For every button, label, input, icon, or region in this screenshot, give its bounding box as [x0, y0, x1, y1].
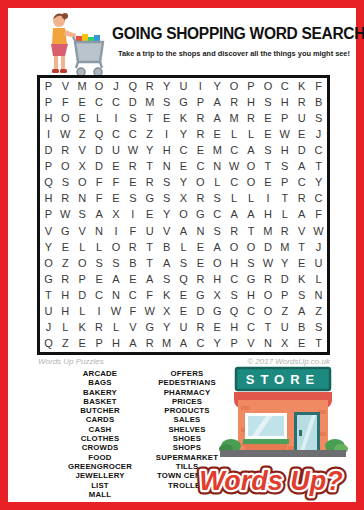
- grid-cell: H: [158, 142, 175, 158]
- grid-cell: W: [276, 126, 293, 142]
- grid-cell: G: [141, 191, 158, 207]
- grid-cell: N: [209, 159, 226, 175]
- grid-cell: A: [209, 239, 226, 255]
- grid-cell: A: [293, 304, 310, 320]
- words-up-logo: Words Up? Words Up? Words Up?: [192, 456, 350, 504]
- grid-cell: Y: [209, 78, 226, 94]
- grid-cell: A: [293, 207, 310, 223]
- grid-cell: F: [91, 175, 108, 191]
- grid-cell: S: [226, 288, 243, 304]
- store-sign-text: STORE: [246, 372, 321, 387]
- grid-cell: G: [141, 320, 158, 336]
- grid-cell: S: [259, 142, 276, 158]
- grid-cell: H: [40, 110, 57, 126]
- grid-cell: E: [158, 110, 175, 126]
- grid-cell: I: [108, 110, 125, 126]
- grid-cell: L: [226, 191, 243, 207]
- grid-cell: J: [310, 239, 327, 255]
- grid-cell: R: [259, 271, 276, 287]
- grid-cell: R: [276, 223, 293, 239]
- grid-cell: M: [209, 142, 226, 158]
- grid-cell: O: [243, 159, 260, 175]
- grid-cell: O: [40, 255, 57, 271]
- grid-cell: B: [124, 255, 141, 271]
- grid-cell: R: [57, 191, 74, 207]
- grid-cell: R: [124, 239, 141, 255]
- grid-cell: C: [310, 142, 327, 158]
- grid-cell: A: [91, 207, 108, 223]
- grid-cell: I: [192, 78, 209, 94]
- grid-cell: W: [226, 159, 243, 175]
- grid-cell: O: [259, 78, 276, 94]
- grid-cell: L: [74, 304, 91, 320]
- word-item: MALL: [40, 490, 160, 499]
- grid-cell: U: [293, 110, 310, 126]
- grid-cell: T: [141, 110, 158, 126]
- grid-cell: V: [40, 223, 57, 239]
- grid-cell: C: [226, 142, 243, 158]
- grid-cell: B: [158, 239, 175, 255]
- grid-cell: J: [108, 78, 125, 94]
- grid-cell: K: [175, 110, 192, 126]
- grid-cell: W: [141, 304, 158, 320]
- credit-right: © 2017 WordsUp.co.uk: [247, 357, 330, 366]
- logo-text: Words Up?: [199, 466, 343, 496]
- page-title: GOING SHOPPING WORD SEARCH: [112, 23, 356, 43]
- grid-cell: E: [175, 288, 192, 304]
- grid-cell: U: [141, 223, 158, 239]
- grid-cell: F: [141, 288, 158, 304]
- grid-cell: Y: [276, 255, 293, 271]
- grid-cell: Q: [40, 175, 57, 191]
- wordsearch-grid: PVMOJQRYUIYOPOCKFPFECCDMSGPARHSHRBHOELIS…: [37, 75, 330, 355]
- grid-cell: A: [108, 271, 125, 287]
- door-handle: [299, 430, 302, 436]
- grid-cell: S: [209, 223, 226, 239]
- grid-cell: X: [276, 336, 293, 352]
- grid-cell: T: [310, 336, 327, 352]
- grid-cell: B: [293, 320, 310, 336]
- grid-cell: M: [141, 94, 158, 110]
- grid-cell: Q: [226, 304, 243, 320]
- grid-cell: O: [226, 78, 243, 94]
- grid-cell: O: [57, 159, 74, 175]
- grid-cell: R: [293, 94, 310, 110]
- grid-cell: Z: [141, 126, 158, 142]
- grid-cell: C: [209, 207, 226, 223]
- credit-left: Words Up Puzzles: [38, 357, 104, 366]
- grid-cell: D: [192, 304, 209, 320]
- grid-cell: J: [310, 126, 327, 142]
- grid-cell: E: [91, 271, 108, 287]
- grid-cell: H: [243, 288, 260, 304]
- grid-cell: D: [124, 94, 141, 110]
- grid-cell: G: [243, 271, 260, 287]
- grid-cell: D: [293, 142, 310, 158]
- grid-cell: E: [175, 304, 192, 320]
- grid-cell: V: [74, 142, 91, 158]
- grid-cell: P: [276, 175, 293, 191]
- grid-cell: L: [226, 126, 243, 142]
- cart: [73, 37, 103, 68]
- grid-cell: C: [108, 126, 125, 142]
- grid-cell: I: [158, 126, 175, 142]
- grid-cell: S: [276, 159, 293, 175]
- grid-cell: Y: [40, 239, 57, 255]
- grid-cell: R: [141, 78, 158, 94]
- grid-cell: E: [74, 110, 91, 126]
- grid-cell: C: [124, 288, 141, 304]
- grid-cell: C: [108, 94, 125, 110]
- grid-cell: S: [158, 191, 175, 207]
- grid-cell: P: [276, 110, 293, 126]
- page-subtitle: Take a trip to the shops and discover al…: [112, 49, 356, 58]
- grid-cell: C: [243, 304, 260, 320]
- grid-cell: A: [209, 110, 226, 126]
- grid-cell: O: [243, 239, 260, 255]
- grid-cell: C: [91, 94, 108, 110]
- grid-cell: Q: [175, 271, 192, 287]
- grid-cell: T: [40, 288, 57, 304]
- grid-cell: E: [293, 255, 310, 271]
- grid-cell: Q: [40, 336, 57, 352]
- grid-cell: O: [243, 175, 260, 191]
- grid-cell: A: [243, 207, 260, 223]
- grid-cell: O: [108, 239, 125, 255]
- grid-cell: L: [74, 239, 91, 255]
- grid-cell: K: [293, 78, 310, 94]
- grid-cell: E: [293, 126, 310, 142]
- grid-cell: Q: [91, 126, 108, 142]
- grid-cell: S: [293, 288, 310, 304]
- grid-cell: S: [124, 191, 141, 207]
- grid-cell: V: [124, 320, 141, 336]
- grid-cell: M: [226, 110, 243, 126]
- grid-cell: H: [226, 320, 243, 336]
- grid-cell: D: [40, 142, 57, 158]
- grid-cell: H: [209, 271, 226, 287]
- grid-cell: C: [276, 78, 293, 94]
- grid-cell: M: [259, 223, 276, 239]
- grid-cell: O: [209, 255, 226, 271]
- grid-cell: E: [108, 191, 125, 207]
- grid-cell: S: [158, 271, 175, 287]
- grid-cell: E: [259, 126, 276, 142]
- grid-cell: S: [243, 255, 260, 271]
- grid-cell: L: [175, 239, 192, 255]
- grid-cell: A: [175, 336, 192, 352]
- grid-cell: P: [40, 78, 57, 94]
- grid-cell: Y: [175, 126, 192, 142]
- grid-cell: T: [259, 320, 276, 336]
- woman-shoe: [60, 69, 67, 73]
- grid-cell: V: [293, 223, 310, 239]
- grid-cell: O: [57, 110, 74, 126]
- grid-cell: N: [108, 288, 125, 304]
- grid-cell: Y: [158, 207, 175, 223]
- grid-cell: F: [124, 304, 141, 320]
- grid-cell: H: [57, 288, 74, 304]
- grid-cell: G: [40, 271, 57, 287]
- grid-cell: D: [276, 271, 293, 287]
- grid-cell: R: [243, 110, 260, 126]
- grid-cell: A: [243, 142, 260, 158]
- grid-cell: C: [243, 320, 260, 336]
- grid-cell: A: [124, 336, 141, 352]
- grid-cell: S: [259, 94, 276, 110]
- grid-cell: K: [74, 320, 91, 336]
- store-illustration: STORE: [218, 366, 348, 458]
- grid-cell: E: [259, 175, 276, 191]
- grid-cell: L: [243, 191, 260, 207]
- grid-cell: R: [192, 320, 209, 336]
- grid-cell: E: [141, 207, 158, 223]
- grid-cell: C: [226, 175, 243, 191]
- grid-cell: E: [192, 142, 209, 158]
- grid-cell: Y: [158, 320, 175, 336]
- grid-cell: E: [74, 336, 91, 352]
- grid-cell: P: [226, 336, 243, 352]
- grid-cell: K: [293, 271, 310, 287]
- grid-cell: U: [175, 320, 192, 336]
- grid-cell: U: [310, 255, 327, 271]
- grid-cell: C: [175, 142, 192, 158]
- grid-cell: R: [293, 191, 310, 207]
- grid-cell: H: [226, 255, 243, 271]
- grid-cell: I: [124, 207, 141, 223]
- grid-cell: Y: [175, 175, 192, 191]
- grid-cell: G: [192, 207, 209, 223]
- grid-cell: W: [310, 223, 327, 239]
- grid-cell: F: [310, 78, 327, 94]
- grid-cell: O: [259, 304, 276, 320]
- grid-cell: F: [310, 207, 327, 223]
- grid-cell: R: [141, 175, 158, 191]
- grid-cell: O: [91, 78, 108, 94]
- grid-cell: C: [192, 336, 209, 352]
- grid-cell: R: [226, 223, 243, 239]
- grid-cell: E: [192, 239, 209, 255]
- grid-cell: E: [74, 94, 91, 110]
- grid-cell: E: [293, 336, 310, 352]
- grid-cell: I: [40, 126, 57, 142]
- grid-cell: A: [158, 255, 175, 271]
- woman-leg: [54, 56, 58, 70]
- header: GOING SHOPPING WORD SEARCH Take a trip t…: [112, 24, 356, 58]
- grid-cell: Z: [74, 126, 91, 142]
- grid-cell: X: [175, 191, 192, 207]
- grid-cell: E: [209, 320, 226, 336]
- shopping-cart-illustration: [32, 10, 112, 80]
- grid-cell: G: [209, 304, 226, 320]
- grid-cell: O: [192, 175, 209, 191]
- grid-cell: O: [74, 175, 91, 191]
- grid-cell: N: [259, 336, 276, 352]
- grid-cell: C: [91, 288, 108, 304]
- grid-cell: A: [293, 159, 310, 175]
- grid-cell: P: [74, 271, 91, 287]
- grid-cell: S: [91, 255, 108, 271]
- grid-cell: R: [192, 110, 209, 126]
- grid-cell: V: [57, 78, 74, 94]
- grid-cell: F: [124, 223, 141, 239]
- grid-cell: Z: [310, 304, 327, 320]
- grid-cell: T: [276, 191, 293, 207]
- grid-cell: T: [293, 239, 310, 255]
- grid-cell: D: [259, 239, 276, 255]
- woman-leg: [61, 56, 65, 70]
- grid-cell: G: [192, 288, 209, 304]
- grid-cell: O: [175, 207, 192, 223]
- grid-cell: M: [74, 78, 91, 94]
- grid-cell: E: [259, 110, 276, 126]
- grid-cell: H: [243, 94, 260, 110]
- grid-cell: L: [91, 110, 108, 126]
- grid-cell: U: [40, 304, 57, 320]
- grid-cell: L: [276, 207, 293, 223]
- grid-cell: H: [108, 336, 125, 352]
- grid-cell: C: [310, 191, 327, 207]
- grid-cell: R: [192, 191, 209, 207]
- grid-cell: D: [91, 159, 108, 175]
- grid-cell: E: [108, 159, 125, 175]
- grid-cell: H: [259, 207, 276, 223]
- grid-cell: M: [276, 239, 293, 255]
- grid-cell: E: [209, 126, 226, 142]
- grid-cell: N: [74, 191, 91, 207]
- grid-cell: Y: [209, 336, 226, 352]
- grid-cell: L: [310, 271, 327, 287]
- grid-cell: P: [40, 159, 57, 175]
- grid-cell: E: [124, 271, 141, 287]
- grid-cell: F: [57, 94, 74, 110]
- grid-cell: Y: [141, 142, 158, 158]
- grid-cell: N: [158, 159, 175, 175]
- grid-cell: C: [293, 175, 310, 191]
- grid-cell: L: [243, 126, 260, 142]
- grid-cell: B: [310, 94, 327, 110]
- grid-cell: T: [243, 223, 260, 239]
- grid-cell: A: [209, 94, 226, 110]
- grid-cell: U: [276, 320, 293, 336]
- grid-cell: L: [57, 320, 74, 336]
- grid-cell: C: [192, 159, 209, 175]
- grid-cell: G: [175, 94, 192, 110]
- grid-cell: Q: [124, 78, 141, 94]
- grid-cell: W: [124, 142, 141, 158]
- grid-cell: X: [158, 304, 175, 320]
- grid-cell: D: [74, 288, 91, 304]
- grid-cell: A: [226, 207, 243, 223]
- grid-cell: D: [91, 142, 108, 158]
- grid-cell: V: [243, 336, 260, 352]
- grid-cell: S: [175, 255, 192, 271]
- grid-cell: P: [40, 94, 57, 110]
- grid-cell: L: [108, 320, 125, 336]
- grid-cell: F: [108, 175, 125, 191]
- grid-cell: P: [243, 78, 260, 94]
- grid-cell: P: [91, 336, 108, 352]
- grid-cell: T: [310, 159, 327, 175]
- grid-cell: N: [91, 223, 108, 239]
- grid-cell: H: [57, 304, 74, 320]
- grid-cell: S: [158, 175, 175, 191]
- grid-cell: E: [175, 159, 192, 175]
- grid-cell: L: [209, 175, 226, 191]
- grid-cell: X: [108, 207, 125, 223]
- grid-cell: H: [276, 142, 293, 158]
- window-planter: [245, 444, 287, 450]
- grid-cell: R: [91, 320, 108, 336]
- grid-cell: I: [108, 223, 125, 239]
- grid-cell: O: [259, 288, 276, 304]
- grid-cell: Y: [158, 78, 175, 94]
- grid-cell: Y: [310, 175, 327, 191]
- grid-cell: R: [57, 142, 74, 158]
- grid-cell: J: [40, 320, 57, 336]
- grid-cell: X: [209, 288, 226, 304]
- grid-cell: H: [40, 191, 57, 207]
- grid-cell: K: [158, 288, 175, 304]
- grid-cell: V: [158, 223, 175, 239]
- grid-cell: S: [57, 175, 74, 191]
- grid-cell: E: [192, 255, 209, 271]
- grid-cell: H: [276, 94, 293, 110]
- grid-cell: E: [57, 239, 74, 255]
- grid-cell: P: [276, 288, 293, 304]
- grid-cell: Z: [57, 336, 74, 352]
- hair-bun: [62, 13, 68, 19]
- grid-cell: R: [141, 336, 158, 352]
- grid-cell: F: [91, 191, 108, 207]
- grid-cell: O: [74, 255, 91, 271]
- grid-cell: A: [141, 271, 158, 287]
- grid-cell: I: [259, 191, 276, 207]
- window-box: [243, 439, 289, 444]
- grid-cell: P: [192, 94, 209, 110]
- grid-cell: C: [226, 271, 243, 287]
- grid-cell: T: [141, 255, 158, 271]
- grid-cell: N: [192, 223, 209, 239]
- grid-cell: A: [175, 223, 192, 239]
- grid-cell: S: [108, 255, 125, 271]
- grid-cell: S: [209, 191, 226, 207]
- grid-cell: W: [57, 126, 74, 142]
- grid-cell: T: [141, 159, 158, 175]
- grid-cell: T: [259, 159, 276, 175]
- grid-cell: P: [40, 207, 57, 223]
- grid-cell: G: [57, 223, 74, 239]
- grid-cell: R: [226, 94, 243, 110]
- grid-cell: R: [124, 159, 141, 175]
- grid-cell: R: [192, 126, 209, 142]
- grid-cell: W: [108, 304, 125, 320]
- grid-cell: L: [91, 239, 108, 255]
- grid-cell: S: [74, 207, 91, 223]
- grid-cell: C: [124, 126, 141, 142]
- grid-cell: S: [310, 320, 327, 336]
- grid-cell: W: [57, 207, 74, 223]
- woman-top: [52, 28, 67, 44]
- grid-cell: N: [310, 288, 327, 304]
- grid-cell: T: [141, 239, 158, 255]
- grid-cell: S: [124, 110, 141, 126]
- grid-cell: R: [192, 271, 209, 287]
- grid-cell: R: [57, 271, 74, 287]
- grid-cell: X: [74, 159, 91, 175]
- grid-cell: E: [124, 175, 141, 191]
- grid-cell: Z: [57, 255, 74, 271]
